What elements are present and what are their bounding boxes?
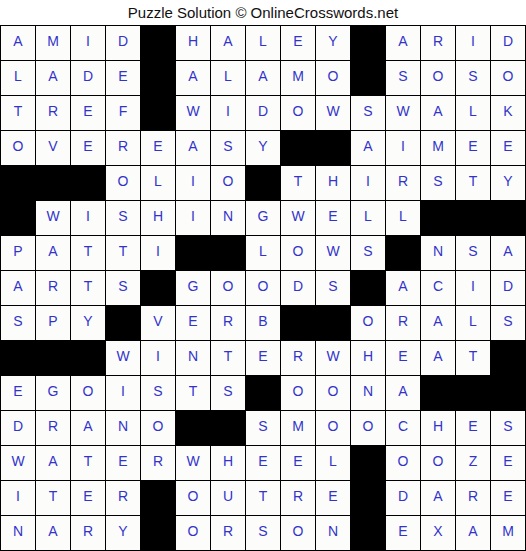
black-cell-r11c13: [421, 376, 455, 410]
cell-r13c2: A: [36, 446, 70, 480]
cell-r11c4: I: [106, 376, 140, 410]
cell-r8c12: A: [386, 271, 420, 305]
black-cell-r9c9: [281, 306, 315, 340]
cell-r14c1: I: [1, 481, 35, 515]
black-cell-r10c2: [36, 341, 70, 375]
cell-r13c15: E: [491, 446, 525, 480]
cell-r8c10: S: [316, 271, 350, 305]
cell-r12c5: O: [141, 411, 175, 445]
cell-r14c9: R: [281, 481, 315, 515]
crossword-solution-page: Puzzle Solution © OnlineCrosswords.net A…: [0, 0, 526, 551]
cell-r9c7: R: [211, 306, 245, 340]
cell-r14c4: R: [106, 481, 140, 515]
cell-r12c1: D: [1, 411, 35, 445]
cell-r5c13: S: [421, 166, 455, 200]
cell-r7c2: A: [36, 236, 70, 270]
cell-r15c12: E: [386, 516, 420, 550]
page-title: Puzzle Solution © OnlineCrosswords.net: [0, 0, 526, 25]
cell-r4c15: E: [491, 131, 525, 165]
cell-r6c8: G: [246, 201, 280, 235]
black-cell-r10c3: [71, 341, 105, 375]
cell-r6c9: W: [281, 201, 315, 235]
cell-r6c10: E: [316, 201, 350, 235]
cell-r11c6: T: [176, 376, 210, 410]
black-cell-r11c14: [456, 376, 490, 410]
cell-r3c7: I: [211, 96, 245, 130]
cell-r11c7: S: [211, 376, 245, 410]
cell-r10c10: W: [316, 341, 350, 375]
cell-r10c4: W: [106, 341, 140, 375]
black-cell-r4c9: [281, 131, 315, 165]
cell-r2c12: S: [386, 61, 420, 95]
cell-r13c6: W: [176, 446, 210, 480]
cell-r8c13: C: [421, 271, 455, 305]
cell-r4c6: A: [176, 131, 210, 165]
cell-r3c10: W: [316, 96, 350, 130]
cell-r3c1: T: [1, 96, 35, 130]
cell-r1c8: L: [246, 26, 280, 60]
cell-r13c14: Z: [456, 446, 490, 480]
cell-r12c12: C: [386, 411, 420, 445]
cell-r2c3: D: [71, 61, 105, 95]
cell-r9c14: L: [456, 306, 490, 340]
cell-r13c9: E: [281, 446, 315, 480]
cell-r14c14: R: [456, 481, 490, 515]
cell-r5c12: R: [386, 166, 420, 200]
cell-r14c7: U: [211, 481, 245, 515]
cell-r4c2: V: [36, 131, 70, 165]
cell-r6c11: L: [351, 201, 385, 235]
cell-r5c11: I: [351, 166, 385, 200]
cell-r6c4: S: [106, 201, 140, 235]
cell-r3c11: S: [351, 96, 385, 130]
cell-r5c7: O: [211, 166, 245, 200]
cell-r6c2: W: [36, 201, 70, 235]
cell-r4c13: M: [421, 131, 455, 165]
cell-r6c6: I: [176, 201, 210, 235]
cell-r8c9: D: [281, 271, 315, 305]
cell-r1c15: D: [491, 26, 525, 60]
cell-r4c3: E: [71, 131, 105, 165]
black-cell-r1c11: [351, 26, 385, 60]
cell-r3c8: D: [246, 96, 280, 130]
cell-r15c10: N: [316, 516, 350, 550]
cell-r9c5: V: [141, 306, 175, 340]
black-cell-r7c7: [211, 236, 245, 270]
cell-r10c6: N: [176, 341, 210, 375]
cell-r10c5: I: [141, 341, 175, 375]
cell-r4c14: E: [456, 131, 490, 165]
cell-r6c3: I: [71, 201, 105, 235]
cell-r5c9: T: [281, 166, 315, 200]
cell-r11c11: N: [351, 376, 385, 410]
cell-r11c2: G: [36, 376, 70, 410]
cell-r14c10: E: [316, 481, 350, 515]
cell-r11c12: A: [386, 376, 420, 410]
black-cell-r1c5: [141, 26, 175, 60]
cell-r7c10: W: [316, 236, 350, 270]
cell-r15c4: Y: [106, 516, 140, 550]
black-cell-r10c1: [1, 341, 35, 375]
cell-r9c15: S: [491, 306, 525, 340]
cell-r4c1: O: [1, 131, 35, 165]
black-cell-r6c15: [491, 201, 525, 235]
cell-r15c7: R: [211, 516, 245, 550]
cell-r4c4: R: [106, 131, 140, 165]
cell-r2c14: S: [456, 61, 490, 95]
black-cell-r12c6: [176, 411, 210, 445]
cell-r11c10: O: [316, 376, 350, 410]
cell-r3c2: R: [36, 96, 70, 130]
cell-r13c5: R: [141, 446, 175, 480]
cell-r10c14: T: [456, 341, 490, 375]
cell-r3c13: A: [421, 96, 455, 130]
cell-r14c15: E: [491, 481, 525, 515]
cell-r5c10: H: [316, 166, 350, 200]
cell-r8c15: D: [491, 271, 525, 305]
cell-r11c1: E: [1, 376, 35, 410]
cell-r12c13: H: [421, 411, 455, 445]
cell-r8c4: S: [106, 271, 140, 305]
black-cell-r10c15: [491, 341, 525, 375]
cell-r10c11: H: [351, 341, 385, 375]
cell-r15c9: O: [281, 516, 315, 550]
cell-r1c3: I: [71, 26, 105, 60]
cell-r10c8: E: [246, 341, 280, 375]
cell-r1c7: A: [211, 26, 245, 60]
cell-r7c11: S: [351, 236, 385, 270]
cell-r9c11: O: [351, 306, 385, 340]
cell-r7c3: T: [71, 236, 105, 270]
cell-r14c13: A: [421, 481, 455, 515]
black-cell-r12c7: [211, 411, 245, 445]
black-cell-r15c11: [351, 516, 385, 550]
cell-r13c4: E: [106, 446, 140, 480]
cell-r15c3: R: [71, 516, 105, 550]
cell-r11c9: O: [281, 376, 315, 410]
cell-r13c3: T: [71, 446, 105, 480]
cell-r11c3: O: [71, 376, 105, 410]
black-cell-r6c14: [456, 201, 490, 235]
cell-r3c6: W: [176, 96, 210, 130]
cell-r1c4: D: [106, 26, 140, 60]
cell-r1c1: A: [1, 26, 35, 60]
cell-r12c4: N: [106, 411, 140, 445]
cell-r4c8: Y: [246, 131, 280, 165]
cell-r15c8: S: [246, 516, 280, 550]
black-cell-r2c11: [351, 61, 385, 95]
cell-r2c15: O: [491, 61, 525, 95]
cell-r1c14: I: [456, 26, 490, 60]
cell-r15c15: M: [491, 516, 525, 550]
cell-r6c7: N: [211, 201, 245, 235]
cell-r9c1: S: [1, 306, 35, 340]
cell-r1c12: A: [386, 26, 420, 60]
cell-r8c3: T: [71, 271, 105, 305]
cell-r13c13: O: [421, 446, 455, 480]
black-cell-r11c15: [491, 376, 525, 410]
black-cell-r15c5: [141, 516, 175, 550]
cell-r1c10: Y: [316, 26, 350, 60]
cell-r14c12: D: [386, 481, 420, 515]
cell-r3c14: L: [456, 96, 490, 130]
cell-r14c8: T: [246, 481, 280, 515]
crossword-grid: AMIDHALEYARIDLADEALAMOSOSOTREFWIDOWSWALK…: [0, 25, 526, 551]
cell-r7c13: N: [421, 236, 455, 270]
cell-r2c2: A: [36, 61, 70, 95]
cell-r7c1: P: [1, 236, 35, 270]
black-cell-r8c5: [141, 271, 175, 305]
cell-r12c8: S: [246, 411, 280, 445]
cell-r15c2: A: [36, 516, 70, 550]
cell-r10c7: T: [211, 341, 245, 375]
cell-r10c13: A: [421, 341, 455, 375]
cell-r5c14: T: [456, 166, 490, 200]
cell-r6c5: H: [141, 201, 175, 235]
cell-r12c14: E: [456, 411, 490, 445]
cell-r12c11: O: [351, 411, 385, 445]
cell-r5c4: O: [106, 166, 140, 200]
cell-r9c13: A: [421, 306, 455, 340]
cell-r14c6: O: [176, 481, 210, 515]
cell-r7c15: A: [491, 236, 525, 270]
cell-r2c1: L: [1, 61, 35, 95]
cell-r12c9: M: [281, 411, 315, 445]
black-cell-r8c11: [351, 271, 385, 305]
cell-r15c14: A: [456, 516, 490, 550]
cell-r8c2: R: [36, 271, 70, 305]
cell-r12c2: R: [36, 411, 70, 445]
cell-r13c12: O: [386, 446, 420, 480]
cell-r4c11: A: [351, 131, 385, 165]
cell-r3c4: F: [106, 96, 140, 130]
cell-r2c13: O: [421, 61, 455, 95]
cell-r7c8: L: [246, 236, 280, 270]
cell-r7c4: T: [106, 236, 140, 270]
cell-r11c5: S: [141, 376, 175, 410]
cell-r12c10: O: [316, 411, 350, 445]
cell-r8c8: O: [246, 271, 280, 305]
cell-r8c7: O: [211, 271, 245, 305]
cell-r12c3: A: [71, 411, 105, 445]
black-cell-r7c6: [176, 236, 210, 270]
cell-r15c13: X: [421, 516, 455, 550]
black-cell-r13c11: [351, 446, 385, 480]
cell-r8c6: G: [176, 271, 210, 305]
cell-r1c9: E: [281, 26, 315, 60]
cell-r8c1: A: [1, 271, 35, 305]
cell-r13c10: L: [316, 446, 350, 480]
cell-r14c2: T: [36, 481, 70, 515]
cell-r13c1: W: [1, 446, 35, 480]
cell-r9c12: R: [386, 306, 420, 340]
cell-r2c6: A: [176, 61, 210, 95]
black-cell-r14c5: [141, 481, 175, 515]
cell-r13c7: H: [211, 446, 245, 480]
cell-r1c2: M: [36, 26, 70, 60]
cell-r5c15: Y: [491, 166, 525, 200]
black-cell-r9c4: [106, 306, 140, 340]
cell-r3c3: E: [71, 96, 105, 130]
cell-r4c5: E: [141, 131, 175, 165]
cell-r13c8: E: [246, 446, 280, 480]
cell-r15c6: O: [176, 516, 210, 550]
cell-r4c12: I: [386, 131, 420, 165]
black-cell-r14c11: [351, 481, 385, 515]
cell-r2c4: E: [106, 61, 140, 95]
black-cell-r9c10: [316, 306, 350, 340]
cell-r15c1: N: [1, 516, 35, 550]
black-cell-r6c13: [421, 201, 455, 235]
black-cell-r6c1: [1, 201, 35, 235]
cell-r1c13: R: [421, 26, 455, 60]
cell-r1c6: H: [176, 26, 210, 60]
cell-r2c7: L: [211, 61, 245, 95]
cell-r6c12: L: [386, 201, 420, 235]
black-cell-r5c3: [71, 166, 105, 200]
cell-r9c3: Y: [71, 306, 105, 340]
cell-r7c14: S: [456, 236, 490, 270]
cell-r14c3: E: [71, 481, 105, 515]
cell-r7c5: I: [141, 236, 175, 270]
black-cell-r3c5: [141, 96, 175, 130]
black-cell-r5c8: [246, 166, 280, 200]
black-cell-r4c10: [316, 131, 350, 165]
cell-r2c8: A: [246, 61, 280, 95]
cell-r3c15: K: [491, 96, 525, 130]
cell-r10c12: E: [386, 341, 420, 375]
cell-r5c5: L: [141, 166, 175, 200]
black-cell-r7c12: [386, 236, 420, 270]
black-cell-r5c1: [1, 166, 35, 200]
cell-r9c2: P: [36, 306, 70, 340]
cell-r9c6: E: [176, 306, 210, 340]
black-cell-r11c8: [246, 376, 280, 410]
black-cell-r2c5: [141, 61, 175, 95]
cell-r2c9: M: [281, 61, 315, 95]
cell-r9c8: B: [246, 306, 280, 340]
cell-r10c9: R: [281, 341, 315, 375]
cell-r3c9: O: [281, 96, 315, 130]
black-cell-r5c2: [36, 166, 70, 200]
cell-r12c15: S: [491, 411, 525, 445]
cell-r7c9: O: [281, 236, 315, 270]
cell-r8c14: I: [456, 271, 490, 305]
cell-r4c7: S: [211, 131, 245, 165]
cell-r5c6: I: [176, 166, 210, 200]
cell-r2c10: O: [316, 61, 350, 95]
cell-r3c12: W: [386, 96, 420, 130]
